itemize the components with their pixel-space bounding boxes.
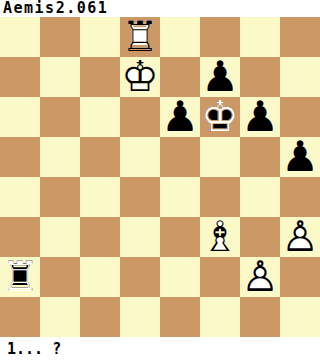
square-f4[interactable] [200, 177, 240, 217]
square-f5[interactable] [200, 137, 240, 177]
square-f7[interactable]: ♟ [200, 57, 240, 97]
square-g3[interactable] [240, 217, 280, 257]
piece-black-rook[interactable]: ♜ [0, 257, 40, 297]
square-b7[interactable] [40, 57, 80, 97]
move-prompt: 1... ? [0, 337, 320, 360]
square-g8[interactable] [240, 17, 280, 57]
square-d5[interactable] [120, 137, 160, 177]
square-h6[interactable] [280, 97, 320, 137]
square-c6[interactable] [80, 97, 120, 137]
square-e4[interactable] [160, 177, 200, 217]
square-a4[interactable] [0, 177, 40, 217]
square-a2[interactable]: ♜♖ [0, 257, 40, 297]
square-a7[interactable] [0, 57, 40, 97]
square-a1[interactable] [0, 297, 40, 337]
square-h8[interactable] [280, 17, 320, 57]
square-f2[interactable] [200, 257, 240, 297]
square-d7[interactable]: ♚♔ [120, 57, 160, 97]
square-g5[interactable] [240, 137, 280, 177]
square-g1[interactable] [240, 297, 280, 337]
square-e6[interactable]: ♟ [160, 97, 200, 137]
square-e1[interactable] [160, 297, 200, 337]
square-b8[interactable] [40, 17, 80, 57]
square-f6[interactable]: ♚♔ [200, 97, 240, 137]
square-a5[interactable] [0, 137, 40, 177]
square-b5[interactable] [40, 137, 80, 177]
square-h4[interactable] [280, 177, 320, 217]
square-g7[interactable] [240, 57, 280, 97]
chess-app-window: Aemis2.061 ♜♖♚♔♟♟♚♔♟♟♝♗♟♙♜♖♟♙ 1... ? [0, 0, 320, 360]
square-c2[interactable] [80, 257, 120, 297]
square-d4[interactable] [120, 177, 160, 217]
square-h3[interactable]: ♟♙ [280, 217, 320, 257]
square-g6[interactable]: ♟ [240, 97, 280, 137]
square-h5[interactable]: ♟ [280, 137, 320, 177]
square-d6[interactable] [120, 97, 160, 137]
square-b1[interactable] [40, 297, 80, 337]
square-h7[interactable] [280, 57, 320, 97]
square-c7[interactable] [80, 57, 120, 97]
piece-white-pawn[interactable]: ♟ [240, 257, 280, 297]
piece-white-bishop[interactable]: ♝ [200, 217, 240, 257]
square-c1[interactable] [80, 297, 120, 337]
square-d2[interactable] [120, 257, 160, 297]
square-c4[interactable] [80, 177, 120, 217]
square-a8[interactable] [0, 17, 40, 57]
piece-black-pawn[interactable]: ♟ [280, 137, 320, 177]
square-b6[interactable] [40, 97, 80, 137]
square-g4[interactable] [240, 177, 280, 217]
piece-black-king[interactable]: ♚ [200, 97, 240, 137]
piece-white-king[interactable]: ♚ [120, 57, 160, 97]
square-c5[interactable] [80, 137, 120, 177]
square-g2[interactable]: ♟♙ [240, 257, 280, 297]
chess-board[interactable]: ♜♖♚♔♟♟♚♔♟♟♝♗♟♙♜♖♟♙ [0, 17, 320, 337]
square-e2[interactable] [160, 257, 200, 297]
square-c8[interactable] [80, 17, 120, 57]
square-d3[interactable] [120, 217, 160, 257]
square-a6[interactable] [0, 97, 40, 137]
square-d1[interactable] [120, 297, 160, 337]
square-e3[interactable] [160, 217, 200, 257]
square-f3[interactable]: ♝♗ [200, 217, 240, 257]
square-b2[interactable] [40, 257, 80, 297]
square-e7[interactable] [160, 57, 200, 97]
square-e8[interactable] [160, 17, 200, 57]
square-a3[interactable] [0, 217, 40, 257]
piece-black-pawn[interactable]: ♟ [160, 97, 200, 137]
square-d8[interactable]: ♜♖ [120, 17, 160, 57]
square-h1[interactable] [280, 297, 320, 337]
square-f1[interactable] [200, 297, 240, 337]
piece-white-rook[interactable]: ♜ [120, 17, 160, 57]
piece-black-pawn[interactable]: ♟ [240, 97, 280, 137]
piece-black-pawn[interactable]: ♟ [200, 57, 240, 97]
square-b3[interactable] [40, 217, 80, 257]
piece-white-pawn[interactable]: ♟ [280, 217, 320, 257]
window-title: Aemis2.061 [0, 0, 320, 17]
square-e5[interactable] [160, 137, 200, 177]
square-h2[interactable] [280, 257, 320, 297]
square-c3[interactable] [80, 217, 120, 257]
square-b4[interactable] [40, 177, 80, 217]
square-f8[interactable] [200, 17, 240, 57]
